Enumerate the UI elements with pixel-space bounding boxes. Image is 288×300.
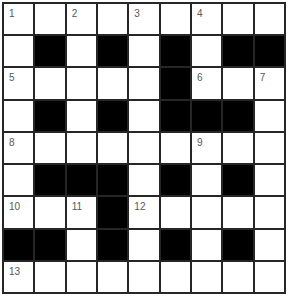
cell-r9c5[interactable] xyxy=(129,262,158,292)
blocked-cell-r8c1 xyxy=(4,230,33,260)
clue-number: 9 xyxy=(197,138,203,148)
cell-r7c1[interactable]: 10 xyxy=(4,197,33,227)
clue-number: 13 xyxy=(9,267,20,277)
cell-r5c6[interactable] xyxy=(161,133,190,163)
blocked-cell-r2c9 xyxy=(255,36,284,66)
clue-number: 3 xyxy=(134,9,140,19)
cell-r3c4[interactable] xyxy=(98,68,127,98)
blocked-cell-r8c6 xyxy=(161,230,190,260)
cell-r3c1[interactable]: 5 xyxy=(4,68,33,98)
blocked-cell-r7c4 xyxy=(98,197,127,227)
blocked-cell-r6c4 xyxy=(98,165,127,195)
cell-r7c6[interactable] xyxy=(161,197,190,227)
cell-r6c1[interactable] xyxy=(4,165,33,195)
clue-number: 10 xyxy=(9,202,20,212)
cell-r3c5[interactable] xyxy=(129,68,158,98)
clue-number: 2 xyxy=(72,9,78,19)
cell-r2c3[interactable] xyxy=(67,36,96,66)
cell-r7c3[interactable]: 11 xyxy=(67,197,96,227)
blocked-cell-r6c6 xyxy=(161,165,190,195)
cell-r3c9[interactable]: 7 xyxy=(255,68,284,98)
cell-r4c3[interactable] xyxy=(67,101,96,131)
cell-r1c4[interactable] xyxy=(98,4,127,34)
cell-r4c1[interactable] xyxy=(4,101,33,131)
cell-r2c7[interactable] xyxy=(192,36,221,66)
cell-r5c4[interactable] xyxy=(98,133,127,163)
cell-r5c2[interactable] xyxy=(35,133,64,163)
blocked-cell-r4c4 xyxy=(98,101,127,131)
blocked-cell-r6c8 xyxy=(223,165,252,195)
cell-r7c2[interactable] xyxy=(35,197,64,227)
blocked-cell-r2c4 xyxy=(98,36,127,66)
cell-r6c5[interactable] xyxy=(129,165,158,195)
cell-r7c8[interactable] xyxy=(223,197,252,227)
cell-r7c5[interactable]: 12 xyxy=(129,197,158,227)
cell-r6c9[interactable] xyxy=(255,165,284,195)
cell-r1c1[interactable]: 1 xyxy=(4,4,33,34)
cell-r9c7[interactable] xyxy=(192,262,221,292)
cell-r7c9[interactable] xyxy=(255,197,284,227)
cell-r9c4[interactable] xyxy=(98,262,127,292)
cell-r9c3[interactable] xyxy=(67,262,96,292)
blocked-cell-r4c6 xyxy=(161,101,190,131)
cell-r8c5[interactable] xyxy=(129,230,158,260)
clue-number: 4 xyxy=(197,9,203,19)
cell-r9c1[interactable]: 13 xyxy=(4,262,33,292)
blocked-cell-r4c2 xyxy=(35,101,64,131)
blocked-cell-r2c2 xyxy=(35,36,64,66)
clue-number: 7 xyxy=(260,73,266,83)
cell-r5c1[interactable]: 8 xyxy=(4,133,33,163)
blocked-cell-r3c6 xyxy=(161,68,190,98)
blocked-cell-r8c8 xyxy=(223,230,252,260)
cell-r3c7[interactable]: 6 xyxy=(192,68,221,98)
cell-r4c5[interactable] xyxy=(129,101,158,131)
cell-r7c7[interactable] xyxy=(192,197,221,227)
cell-r1c7[interactable]: 4 xyxy=(192,4,221,34)
cell-r1c2[interactable] xyxy=(35,4,64,34)
blocked-cell-r8c2 xyxy=(35,230,64,260)
cell-r2c1[interactable] xyxy=(4,36,33,66)
clue-number: 8 xyxy=(9,138,15,148)
cell-r8c3[interactable] xyxy=(67,230,96,260)
cell-r5c3[interactable] xyxy=(67,133,96,163)
cell-r4c9[interactable] xyxy=(255,101,284,131)
clue-number: 12 xyxy=(134,202,145,212)
clue-number: 5 xyxy=(9,73,15,83)
blocked-cell-r8c4 xyxy=(98,230,127,260)
blocked-cell-r4c7 xyxy=(192,101,221,131)
blocked-cell-r2c8 xyxy=(223,36,252,66)
cell-r3c3[interactable] xyxy=(67,68,96,98)
cell-r3c2[interactable] xyxy=(35,68,64,98)
crossword-board: 12345678910111213 xyxy=(2,2,286,294)
cell-r1c8[interactable] xyxy=(223,4,252,34)
cell-r1c3[interactable]: 2 xyxy=(67,4,96,34)
cell-r9c6[interactable] xyxy=(161,262,190,292)
cell-r1c9[interactable] xyxy=(255,4,284,34)
blocked-cell-r6c3 xyxy=(67,165,96,195)
blocked-cell-r4c8 xyxy=(223,101,252,131)
cell-r8c9[interactable] xyxy=(255,230,284,260)
clue-number: 1 xyxy=(9,9,15,19)
cell-r9c9[interactable] xyxy=(255,262,284,292)
cell-r5c9[interactable] xyxy=(255,133,284,163)
blocked-cell-r2c6 xyxy=(161,36,190,66)
blocked-cell-r6c2 xyxy=(35,165,64,195)
cell-r1c5[interactable]: 3 xyxy=(129,4,158,34)
clue-number: 6 xyxy=(197,73,203,83)
cell-r8c7[interactable] xyxy=(192,230,221,260)
cell-r1c6[interactable] xyxy=(161,4,190,34)
cell-r6c7[interactable] xyxy=(192,165,221,195)
cell-r5c7[interactable]: 9 xyxy=(192,133,221,163)
cell-r2c5[interactable] xyxy=(129,36,158,66)
cell-r3c8[interactable] xyxy=(223,68,252,98)
clue-number: 11 xyxy=(72,202,82,212)
cell-r5c5[interactable] xyxy=(129,133,158,163)
cell-r5c8[interactable] xyxy=(223,133,252,163)
cell-r9c2[interactable] xyxy=(35,262,64,292)
cell-r9c8[interactable] xyxy=(223,262,252,292)
